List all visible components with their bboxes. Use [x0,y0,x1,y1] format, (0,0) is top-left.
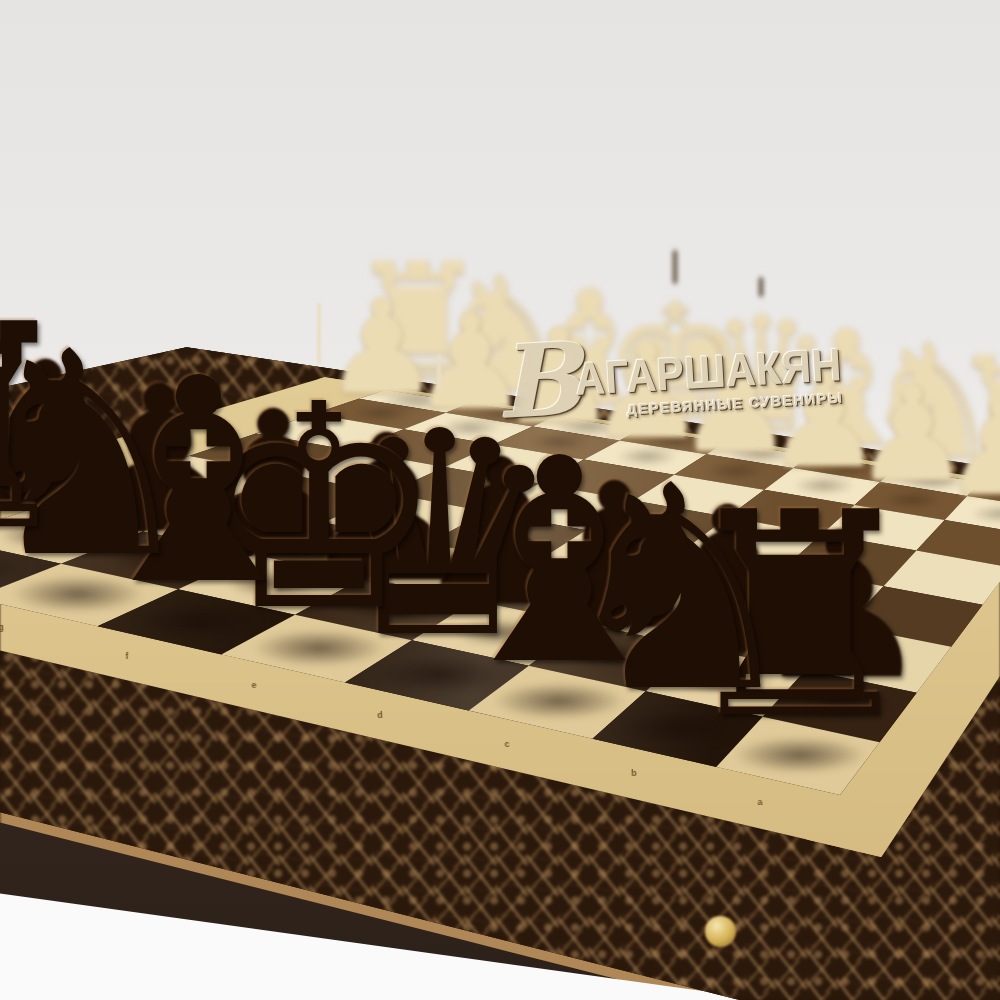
photo-stage: hgfedcba♜♜♞♞♝♝♛♛♚♚♝♝♞♞♜♜♟♟♟♟♟♟♟♟♟♟♟♟♟♟♟♟… [0,0,1000,1000]
brass-pin [705,916,736,947]
white-queen-finial [759,277,763,298]
black-queen-finial [437,354,441,391]
black-rook-h8: ♜ [0,276,111,583]
chess-box: hgfedcba♜♜♞♞♝♝♛♛♚♚♝♝♞♞♜♜♟♟♟♟♟♟♟♟♟♟♟♟♟♟♟♟… [0,0,1000,1000]
brand-initial: В [495,339,584,422]
white-king-finial [673,250,677,285]
brand-watermark: В АГАРШАКЯН ДЕРЕВЯННЫЕ СУВЕНИРЫ [495,327,809,425]
black-king-finial [317,303,321,364]
